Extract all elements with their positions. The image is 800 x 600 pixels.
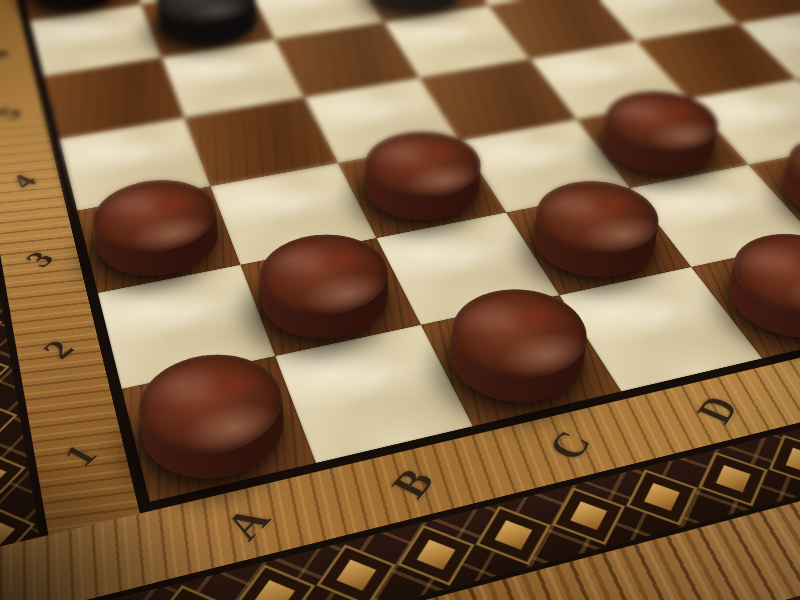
- perspective-scene: ABCDEFGH12345678: [0, 0, 800, 600]
- mosaic-diamond-tile: [698, 452, 768, 507]
- mosaic-diamond-tile: [233, 564, 315, 600]
- mosaic-diamond-tile: [0, 449, 26, 504]
- mosaic-diamond-tile: [0, 398, 18, 448]
- mosaic-diamond-tile: [475, 506, 551, 566]
- checkers-board: ABCDEFGH12345678: [0, 0, 800, 600]
- mosaic-diamond-tile: [0, 307, 2, 350]
- mosaic-diamond-tile: [148, 585, 233, 600]
- mosaic-diamond-tile: [769, 435, 800, 488]
- mosaic-diamond-tile: [316, 544, 396, 600]
- mosaic-diamond-tile: [552, 487, 626, 545]
- mosaic-diamond-tile: [626, 469, 698, 525]
- mosaic-diamond-tile: [0, 351, 10, 398]
- photo-of-checkers-board: ABCDEFGH12345678: [0, 0, 800, 600]
- mosaic-diamond-tile: [397, 525, 475, 586]
